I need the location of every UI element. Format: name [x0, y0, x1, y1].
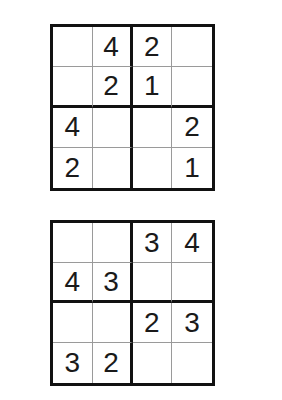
board2-cell-r1c4[interactable]: 4 — [172, 223, 212, 263]
board1-cell-r3c1[interactable]: 4 — [53, 108, 93, 148]
board2-cell-r4c2[interactable]: 2 — [93, 343, 133, 383]
board1-cell-r3c2[interactable] — [93, 108, 133, 148]
board2-cell-r2c4[interactable] — [172, 263, 212, 303]
board2-cell-r1c1[interactable] — [53, 223, 93, 263]
board1-cell-r1c1[interactable] — [53, 27, 93, 67]
sudoku-board-2: 3 4 4 3 2 3 3 2 — [50, 220, 215, 386]
board1-cell-r4c1[interactable]: 2 — [53, 148, 93, 188]
board2-cell-r3c3[interactable]: 2 — [133, 303, 173, 343]
board2-cell-r3c1[interactable] — [53, 303, 93, 343]
board1-cell-r4c2[interactable] — [93, 148, 133, 188]
board2-cell-r4c4[interactable] — [172, 343, 212, 383]
board1-cell-r4c3[interactable] — [133, 148, 173, 188]
board1-cell-r1c3[interactable]: 2 — [133, 27, 173, 67]
board1-cell-r2c1[interactable] — [53, 67, 93, 107]
board2-cell-r1c2[interactable] — [93, 223, 133, 263]
board2-cell-r3c4[interactable]: 3 — [172, 303, 212, 343]
board1-cell-r2c2[interactable]: 2 — [93, 67, 133, 107]
board2-cell-r3c2[interactable] — [93, 303, 133, 343]
board1-cell-r2c4[interactable] — [172, 67, 212, 107]
page: 4 2 2 1 4 2 2 1 3 4 4 3 2 3 3 2 — [0, 0, 282, 400]
board1-cell-r4c4[interactable]: 1 — [172, 148, 212, 188]
board2-cell-r4c3[interactable] — [133, 343, 173, 383]
board2-cell-r1c3[interactable]: 3 — [133, 223, 173, 263]
sudoku-board-1: 4 2 2 1 4 2 2 1 — [50, 24, 215, 191]
board1-cell-r3c4[interactable]: 2 — [172, 108, 212, 148]
board1-cell-r2c3[interactable]: 1 — [133, 67, 173, 107]
board1-cell-r1c4[interactable] — [172, 27, 212, 67]
board2-cell-r2c1[interactable]: 4 — [53, 263, 93, 303]
board1-cell-r1c2[interactable]: 4 — [93, 27, 133, 67]
board2-cell-r2c3[interactable] — [133, 263, 173, 303]
board2-cell-r2c2[interactable]: 3 — [93, 263, 133, 303]
board2-cell-r4c1[interactable]: 3 — [53, 343, 93, 383]
board1-cell-r3c3[interactable] — [133, 108, 173, 148]
